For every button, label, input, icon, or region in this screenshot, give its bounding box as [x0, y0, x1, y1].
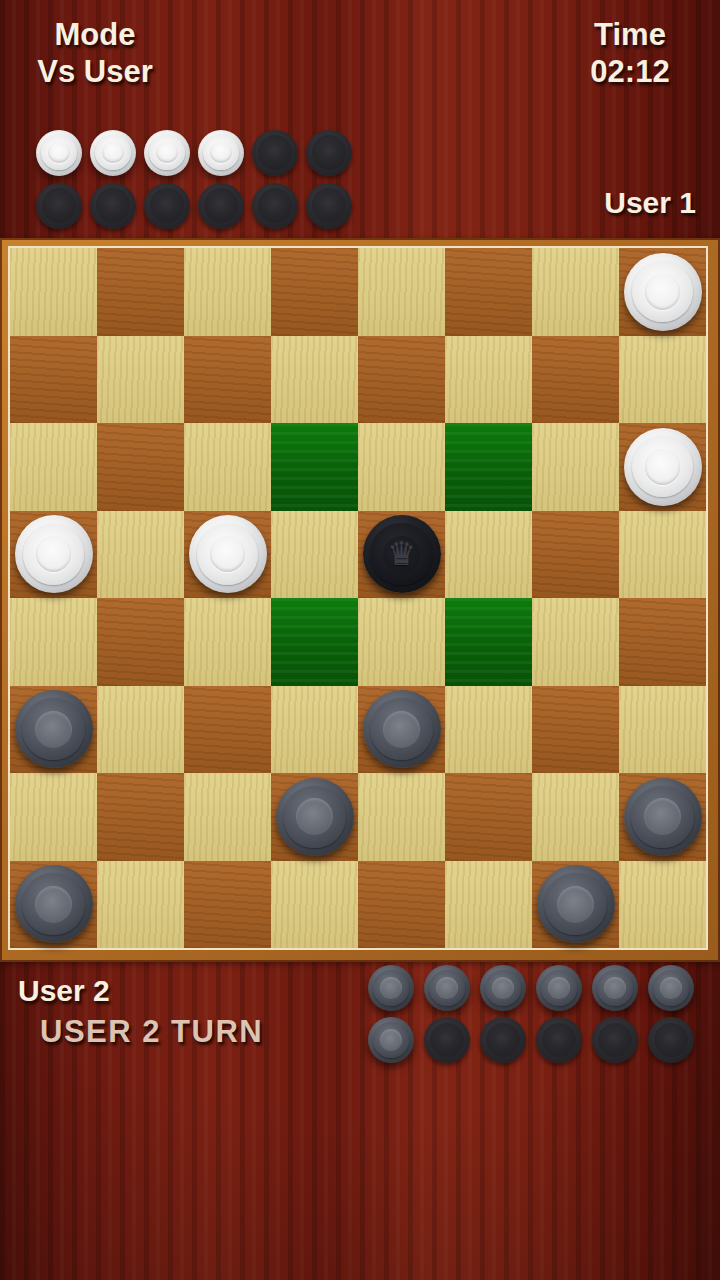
- square-r3c4[interactable]: ♛: [358, 511, 445, 599]
- square-r3c7: [619, 511, 706, 599]
- gray-piece[interactable]: [363, 690, 441, 768]
- square-r6c5[interactable]: [445, 773, 532, 861]
- king-crown-icon: ♛: [363, 515, 441, 593]
- square-r2c6: [532, 423, 619, 511]
- square-r2c2: [184, 423, 271, 511]
- square-r7c2[interactable]: [184, 861, 271, 949]
- gray-piece[interactable]: [276, 778, 354, 856]
- square-r5c0[interactable]: [10, 686, 97, 774]
- square-r5c2[interactable]: [184, 686, 271, 774]
- square-r0c6: [532, 248, 619, 336]
- square-r3c0[interactable]: [10, 511, 97, 599]
- square-r4c2: [184, 598, 271, 686]
- square-r4c7[interactable]: [619, 598, 706, 686]
- highlight-square-r4c5[interactable]: [445, 598, 532, 686]
- square-r4c0: [10, 598, 97, 686]
- empty-slot: [306, 183, 352, 229]
- square-r0c4: [358, 248, 445, 336]
- square-r1c7: [619, 336, 706, 424]
- square-r4c4: [358, 598, 445, 686]
- white-piece[interactable]: [624, 428, 702, 506]
- square-r1c3: [271, 336, 358, 424]
- square-r7c7: [619, 861, 706, 949]
- square-r1c1: [97, 336, 184, 424]
- board: ♛: [8, 246, 708, 950]
- square-r2c1[interactable]: [97, 423, 184, 511]
- empty-slot: [252, 183, 298, 229]
- square-r3c1: [97, 511, 184, 599]
- mode-block: Mode Vs User: [10, 16, 180, 90]
- square-r3c2[interactable]: [184, 511, 271, 599]
- square-r0c7[interactable]: [619, 248, 706, 336]
- square-r6c6: [532, 773, 619, 861]
- mode-value: Vs User: [10, 53, 180, 90]
- square-r0c5[interactable]: [445, 248, 532, 336]
- gray-piece[interactable]: [15, 865, 93, 943]
- square-r6c4: [358, 773, 445, 861]
- square-r1c4[interactable]: [358, 336, 445, 424]
- turn-indicator: USER 2 TURN: [40, 1014, 263, 1050]
- square-r1c2[interactable]: [184, 336, 271, 424]
- square-r2c4: [358, 423, 445, 511]
- square-r5c6[interactable]: [532, 686, 619, 774]
- gray-piece[interactable]: [15, 690, 93, 768]
- empty-slot: [536, 1017, 582, 1063]
- square-r2c7[interactable]: [619, 423, 706, 511]
- captured-gray-piece: [424, 965, 470, 1011]
- time-block: Time 02:12: [545, 16, 715, 90]
- square-r7c4[interactable]: [358, 861, 445, 949]
- highlight-square-r2c5[interactable]: [445, 423, 532, 511]
- square-r5c5: [445, 686, 532, 774]
- empty-slot: [90, 183, 136, 229]
- captured-tray-user1: [32, 126, 356, 232]
- square-r6c2: [184, 773, 271, 861]
- square-r2c0: [10, 423, 97, 511]
- empty-slot: [592, 1017, 638, 1063]
- empty-slot: [306, 130, 352, 176]
- square-r3c6[interactable]: [532, 511, 619, 599]
- captured-gray-piece: [592, 965, 638, 1011]
- square-r5c1: [97, 686, 184, 774]
- captured-gray-piece: [536, 965, 582, 1011]
- black-king-piece[interactable]: ♛: [363, 515, 441, 593]
- square-r4c6: [532, 598, 619, 686]
- square-r0c2: [184, 248, 271, 336]
- highlight-square-r4c3[interactable]: [271, 598, 358, 686]
- captured-tray-user2: [363, 962, 699, 1066]
- empty-slot: [198, 183, 244, 229]
- square-r5c7: [619, 686, 706, 774]
- square-r7c5: [445, 861, 532, 949]
- square-r6c0: [10, 773, 97, 861]
- square-r1c6[interactable]: [532, 336, 619, 424]
- square-r7c6[interactable]: [532, 861, 619, 949]
- square-r5c4[interactable]: [358, 686, 445, 774]
- time-value: 02:12: [545, 53, 715, 90]
- empty-slot: [424, 1017, 470, 1063]
- captured-white-piece: [36, 130, 82, 176]
- white-piece[interactable]: [15, 515, 93, 593]
- square-r1c5: [445, 336, 532, 424]
- square-r3c3: [271, 511, 358, 599]
- square-r1c0[interactable]: [10, 336, 97, 424]
- player1-name: User 1: [604, 186, 696, 220]
- captured-gray-piece: [368, 1017, 414, 1063]
- captured-white-piece: [90, 130, 136, 176]
- square-r7c1: [97, 861, 184, 949]
- square-r6c3[interactable]: [271, 773, 358, 861]
- square-r6c7[interactable]: [619, 773, 706, 861]
- square-r3c5: [445, 511, 532, 599]
- captured-gray-piece: [648, 965, 694, 1011]
- square-r6c1[interactable]: [97, 773, 184, 861]
- square-r5c3: [271, 686, 358, 774]
- captured-white-piece: [198, 130, 244, 176]
- captured-gray-piece: [368, 965, 414, 1011]
- time-label: Time: [545, 16, 715, 53]
- square-r7c0[interactable]: [10, 861, 97, 949]
- gray-piece[interactable]: [537, 865, 615, 943]
- square-r0c0: [10, 248, 97, 336]
- empty-slot: [252, 130, 298, 176]
- white-piece[interactable]: [189, 515, 267, 593]
- square-r7c3: [271, 861, 358, 949]
- square-r4c1[interactable]: [97, 598, 184, 686]
- captured-gray-piece: [480, 965, 526, 1011]
- square-r0c3[interactable]: [271, 248, 358, 336]
- mode-label: Mode: [10, 16, 180, 53]
- highlight-square-r2c3[interactable]: [271, 423, 358, 511]
- empty-slot: [144, 183, 190, 229]
- gray-piece[interactable]: [624, 778, 702, 856]
- empty-slot: [36, 183, 82, 229]
- white-piece[interactable]: [624, 253, 702, 331]
- board-frame: ♛: [0, 238, 720, 962]
- player2-name: User 2: [18, 974, 110, 1008]
- captured-white-piece: [144, 130, 190, 176]
- empty-slot: [480, 1017, 526, 1063]
- empty-slot: [648, 1017, 694, 1063]
- square-r0c1[interactable]: [97, 248, 184, 336]
